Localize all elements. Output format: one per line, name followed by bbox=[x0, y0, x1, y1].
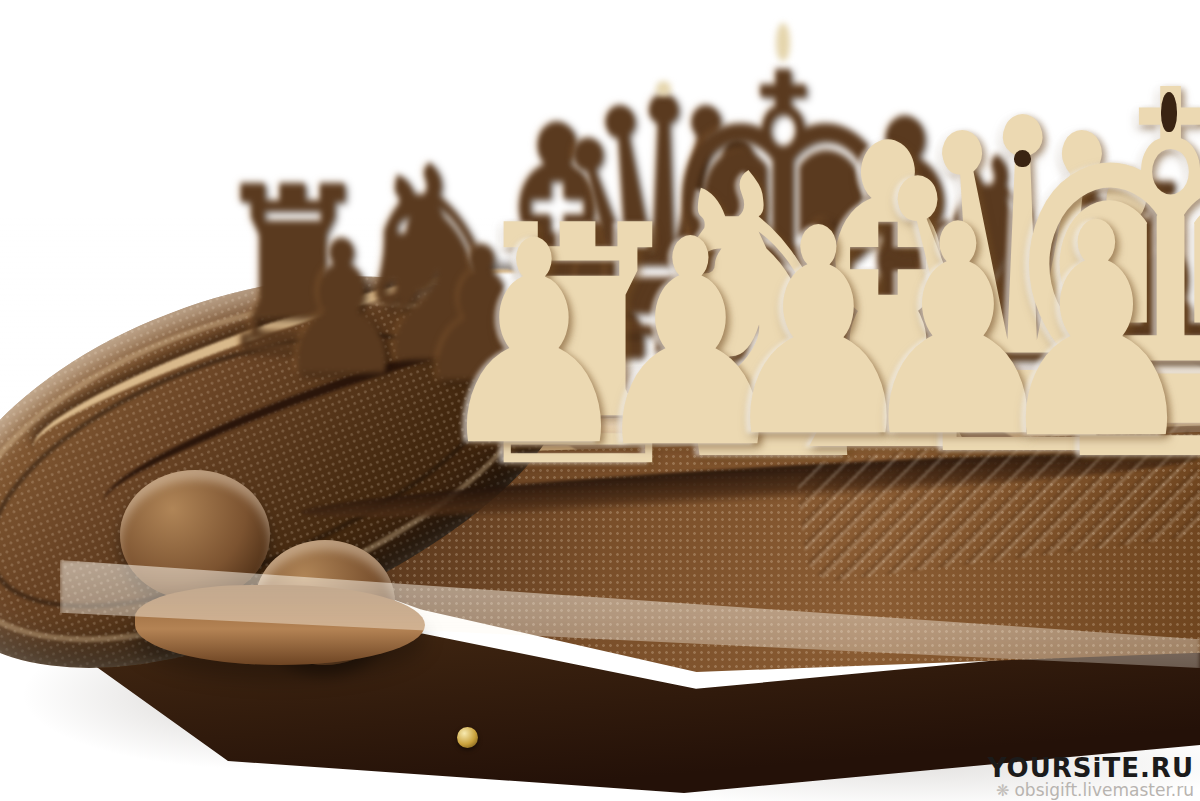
watermark-subtitle-text: obsigift.livemaster.ru bbox=[1014, 782, 1194, 799]
watermark-site-text: YOURSiTE.RU bbox=[988, 755, 1194, 781]
brass-pin bbox=[457, 727, 478, 748]
black-queen-finial bbox=[656, 81, 671, 96]
black-king-finial bbox=[776, 23, 790, 61]
white-queen-finial bbox=[1014, 150, 1031, 167]
photo-stage: 87654321 ABCDEFGH ♜♟♞♟♝♟♛♟♚♟♝♟♞♟♜♟♜♟♞♟♝♟… bbox=[0, 0, 1200, 801]
flower-icon: ❋ bbox=[996, 783, 1009, 799]
watermark: YOURSiTE.RU ❋ obsigift.livemaster.ru bbox=[988, 755, 1194, 799]
scalloped-molding-base bbox=[135, 585, 425, 665]
white-king-finial bbox=[1161, 92, 1177, 132]
